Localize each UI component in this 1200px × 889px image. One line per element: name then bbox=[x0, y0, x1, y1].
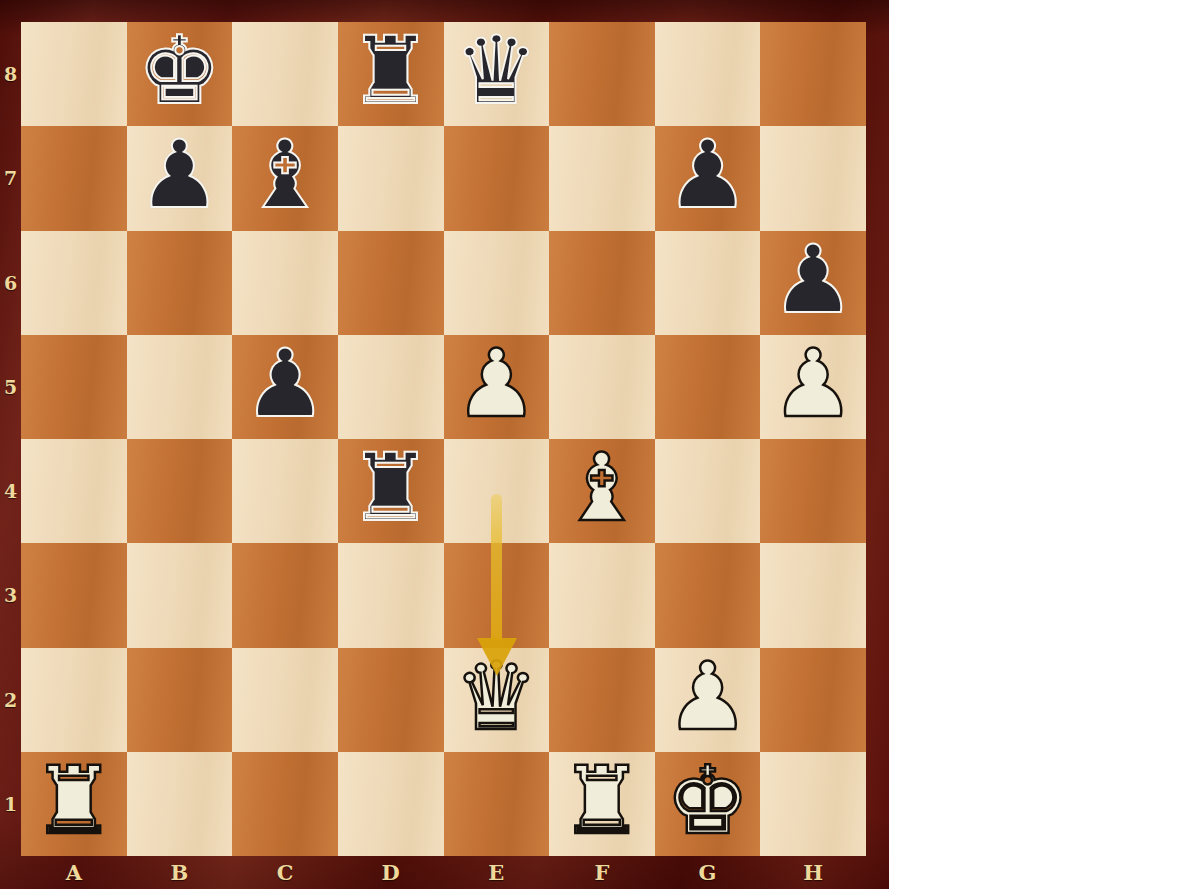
square-b6[interactable] bbox=[127, 231, 233, 335]
square-g3[interactable] bbox=[655, 543, 761, 647]
square-b5[interactable] bbox=[127, 335, 233, 439]
square-b3[interactable] bbox=[127, 543, 233, 647]
piece-white-pawn-h5[interactable]: ♟ bbox=[771, 337, 855, 431]
square-h7[interactable] bbox=[760, 126, 866, 230]
square-d5[interactable] bbox=[338, 335, 444, 439]
page: ♚♜♛♟♝♟♟♟♟♟♜♝♛♟♜♜♚ 87654321 ABCDEFGH bbox=[0, 0, 1200, 889]
square-f7[interactable] bbox=[549, 126, 655, 230]
piece-black-rook-d8[interactable]: ♜ bbox=[349, 24, 433, 118]
square-g8[interactable] bbox=[655, 22, 761, 126]
square-a4[interactable] bbox=[21, 439, 127, 543]
square-b1[interactable] bbox=[127, 752, 233, 856]
piece-black-pawn-g7[interactable]: ♟ bbox=[665, 128, 749, 222]
square-c3[interactable] bbox=[232, 543, 338, 647]
file-label-h: H bbox=[760, 856, 866, 889]
square-a2[interactable] bbox=[21, 648, 127, 752]
square-b8[interactable]: ♚ bbox=[127, 22, 233, 126]
square-c1[interactable] bbox=[232, 752, 338, 856]
square-b2[interactable] bbox=[127, 648, 233, 752]
square-g1[interactable]: ♚ bbox=[655, 752, 761, 856]
square-f3[interactable] bbox=[549, 543, 655, 647]
piece-white-rook-a1[interactable]: ♜ bbox=[32, 754, 116, 848]
piece-black-queen-e8[interactable]: ♛ bbox=[454, 24, 538, 118]
square-h2[interactable] bbox=[760, 648, 866, 752]
square-a5[interactable] bbox=[21, 335, 127, 439]
square-g6[interactable] bbox=[655, 231, 761, 335]
square-f6[interactable] bbox=[549, 231, 655, 335]
square-a8[interactable] bbox=[21, 22, 127, 126]
square-e1[interactable] bbox=[444, 752, 550, 856]
square-a6[interactable] bbox=[21, 231, 127, 335]
rank-label-8: 8 bbox=[0, 22, 21, 126]
square-g7[interactable]: ♟ bbox=[655, 126, 761, 230]
square-e5[interactable]: ♟ bbox=[444, 335, 550, 439]
square-d6[interactable] bbox=[338, 231, 444, 335]
file-label-e: E bbox=[444, 856, 550, 889]
piece-black-bishop-c7[interactable]: ♝ bbox=[243, 128, 327, 222]
square-g4[interactable] bbox=[655, 439, 761, 543]
piece-black-pawn-c5[interactable]: ♟ bbox=[243, 337, 327, 431]
rank-label-7: 7 bbox=[0, 126, 21, 230]
square-d1[interactable] bbox=[338, 752, 444, 856]
chess-board: ♚♜♛♟♝♟♟♟♟♟♜♝♛♟♜♜♚ bbox=[21, 22, 866, 856]
move-arrow-head-icon bbox=[477, 638, 517, 676]
piece-black-pawn-b7[interactable]: ♟ bbox=[137, 128, 221, 222]
square-h3[interactable] bbox=[760, 543, 866, 647]
rank-label-4: 4 bbox=[0, 439, 21, 543]
square-d2[interactable] bbox=[338, 648, 444, 752]
square-c4[interactable] bbox=[232, 439, 338, 543]
piece-white-king-g1[interactable]: ♚ bbox=[665, 754, 749, 848]
square-c8[interactable] bbox=[232, 22, 338, 126]
rank-label-2: 2 bbox=[0, 648, 21, 752]
square-c2[interactable] bbox=[232, 648, 338, 752]
file-label-d: D bbox=[338, 856, 444, 889]
piece-black-king-b8[interactable]: ♚ bbox=[137, 24, 221, 118]
square-g2[interactable]: ♟ bbox=[655, 648, 761, 752]
file-label-f: F bbox=[549, 856, 655, 889]
rank-coordinates: 87654321 bbox=[0, 22, 21, 856]
piece-white-bishop-f4[interactable]: ♝ bbox=[560, 441, 644, 535]
square-h4[interactable] bbox=[760, 439, 866, 543]
square-a7[interactable] bbox=[21, 126, 127, 230]
square-d4[interactable]: ♜ bbox=[338, 439, 444, 543]
file-label-c: C bbox=[232, 856, 338, 889]
square-e7[interactable] bbox=[444, 126, 550, 230]
chess-board-frame: ♚♜♛♟♝♟♟♟♟♟♜♝♛♟♜♜♚ 87654321 ABCDEFGH bbox=[0, 0, 889, 889]
rank-label-3: 3 bbox=[0, 543, 21, 647]
square-f1[interactable]: ♜ bbox=[549, 752, 655, 856]
square-b7[interactable]: ♟ bbox=[127, 126, 233, 230]
file-label-g: G bbox=[655, 856, 761, 889]
square-e8[interactable]: ♛ bbox=[444, 22, 550, 126]
square-f2[interactable] bbox=[549, 648, 655, 752]
rank-label-1: 1 bbox=[0, 752, 21, 856]
square-h6[interactable]: ♟ bbox=[760, 231, 866, 335]
square-a1[interactable]: ♜ bbox=[21, 752, 127, 856]
piece-white-rook-f1[interactable]: ♜ bbox=[560, 754, 644, 848]
file-label-a: A bbox=[21, 856, 127, 889]
square-d3[interactable] bbox=[338, 543, 444, 647]
file-coordinates: ABCDEFGH bbox=[21, 856, 866, 889]
piece-white-pawn-g2[interactable]: ♟ bbox=[665, 650, 749, 744]
move-arrow-tail bbox=[491, 494, 502, 640]
square-d8[interactable]: ♜ bbox=[338, 22, 444, 126]
square-g5[interactable] bbox=[655, 335, 761, 439]
piece-black-pawn-h6[interactable]: ♟ bbox=[771, 233, 855, 327]
rank-label-6: 6 bbox=[0, 231, 21, 335]
square-h8[interactable] bbox=[760, 22, 866, 126]
square-h1[interactable] bbox=[760, 752, 866, 856]
square-c5[interactable]: ♟ bbox=[232, 335, 338, 439]
square-f4[interactable]: ♝ bbox=[549, 439, 655, 543]
square-c6[interactable] bbox=[232, 231, 338, 335]
square-d7[interactable] bbox=[338, 126, 444, 230]
square-a3[interactable] bbox=[21, 543, 127, 647]
square-f8[interactable] bbox=[549, 22, 655, 126]
piece-black-rook-d4[interactable]: ♜ bbox=[349, 441, 433, 535]
square-h5[interactable]: ♟ bbox=[760, 335, 866, 439]
rank-label-5: 5 bbox=[0, 335, 21, 439]
square-b4[interactable] bbox=[127, 439, 233, 543]
square-e6[interactable] bbox=[444, 231, 550, 335]
file-label-b: B bbox=[127, 856, 233, 889]
square-f5[interactable] bbox=[549, 335, 655, 439]
square-c7[interactable]: ♝ bbox=[232, 126, 338, 230]
piece-white-pawn-e5[interactable]: ♟ bbox=[454, 337, 538, 431]
